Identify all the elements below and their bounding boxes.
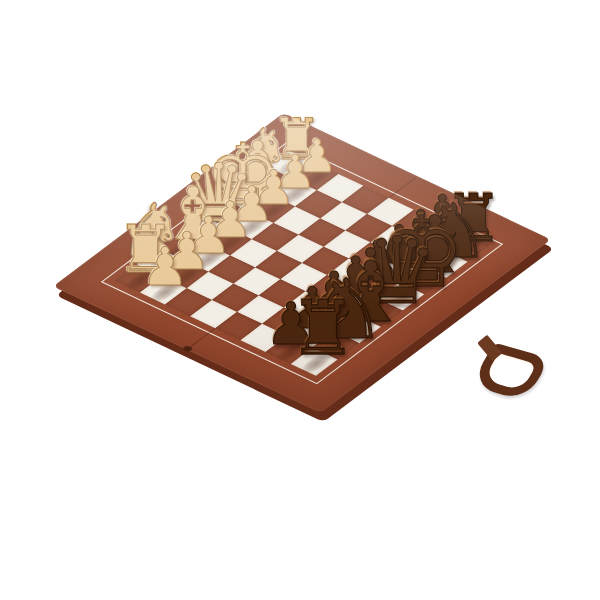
chess-case: ♜︎♞︎♝︎♛︎♚︎♝︎♞︎♜︎♟︎♟︎♟︎♟︎♟︎♟︎♟︎♟︎♟︎♟︎♟︎♟︎…: [53, 113, 551, 413]
strap: [476, 341, 545, 403]
chess-set-photo: ♜︎♞︎♝︎♛︎♚︎♝︎♞︎♜︎♟︎♟︎♟︎♟︎♟︎♟︎♟︎♟︎♟︎♟︎♟︎♟︎…: [0, 0, 600, 600]
strap-loop-icon: [470, 343, 550, 402]
square-a8: ♜︎: [291, 348, 338, 376]
black-rook-piece: ♜︎: [289, 295, 343, 363]
chess-board: ♜︎♞︎♝︎♛︎♚︎♝︎♞︎♜︎♟︎♟︎♟︎♟︎♟︎♟︎♟︎♟︎♟︎♟︎♟︎♟︎…: [115, 150, 489, 376]
white-pawn-piece: ♟︎: [141, 243, 189, 291]
